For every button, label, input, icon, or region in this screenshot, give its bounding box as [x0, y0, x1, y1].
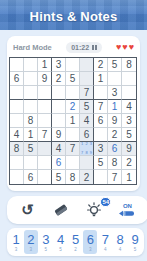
eraser-button[interactable] — [47, 196, 75, 224]
cell-r5c6[interactable]: 4 — [80, 114, 94, 128]
cell-digit: 7 — [98, 101, 104, 112]
cell-r9c8[interactable]: 7 — [108, 170, 122, 184]
cell-r5c1[interactable] — [10, 114, 24, 128]
numpad-key-6[interactable]: 63 — [83, 230, 97, 254]
heart-icon: ♥ — [129, 43, 134, 52]
cell-digit: 4 — [14, 129, 20, 140]
cell-digit: 7 — [70, 143, 76, 154]
cell-digit: 5 — [126, 129, 132, 140]
cell-r5c8[interactable]: 9 — [108, 114, 122, 128]
cell-r1c9[interactable]: 8 — [122, 58, 136, 72]
cell-r6c6[interactable]: 6 — [80, 128, 94, 142]
key-digit: 9 — [131, 233, 138, 246]
page-title: Hints & Notes — [30, 9, 118, 24]
cell-r4c3[interactable] — [38, 100, 52, 114]
cell-r9c7[interactable] — [94, 170, 108, 184]
cell-r1c2[interactable] — [24, 58, 38, 72]
hint-button[interactable]: 54 — [80, 196, 108, 224]
cell-r7c2[interactable]: 5 — [24, 142, 38, 156]
status-row: Hard Mode 01:22 ♥♥♥ — [13, 40, 134, 54]
cell-digit: 7 — [42, 129, 48, 140]
cell-digit: 6 — [98, 115, 104, 126]
key-remaining-count: 5 — [44, 247, 47, 252]
cell-r6c4[interactable]: 9 — [52, 128, 66, 142]
cell-digit: 7 — [84, 87, 90, 98]
cell-r3c9[interactable] — [122, 86, 136, 100]
cell-digit: 3 — [98, 143, 104, 154]
cell-r3c1[interactable] — [10, 86, 24, 100]
cell-r2c2[interactable] — [24, 72, 38, 86]
timer[interactable]: 01:22 — [66, 42, 101, 53]
cell-digit: 2 — [84, 172, 90, 183]
game-card: Hard Mode 01:22 ♥♥♥ 13258692517325714814… — [7, 36, 140, 191]
cell-r6c7[interactable] — [94, 128, 108, 142]
cell-r5c2[interactable]: 8 — [24, 114, 38, 128]
cell-r8c9[interactable]: 2 — [122, 156, 136, 170]
cell-r5c7[interactable]: 6 — [94, 114, 108, 128]
key-remaining-count: 2 — [74, 247, 77, 252]
cell-r3c4[interactable] — [52, 86, 66, 100]
cell-digit: 4 — [56, 143, 62, 154]
key-digit: 3 — [42, 233, 49, 246]
cell-r1c7[interactable]: 2 — [94, 58, 108, 72]
notes-toggle[interactable]: ON — [113, 196, 141, 224]
cell-r7c4[interactable]: 4 — [52, 142, 66, 156]
pencil-icon — [118, 210, 136, 217]
cell-digit: 2 — [70, 101, 76, 112]
cell-r5c4[interactable] — [52, 114, 66, 128]
cell-r4c5[interactable]: 2 — [66, 100, 80, 114]
cell-digit: 4 — [126, 101, 132, 112]
cell-r8c4[interactable]: 6 — [52, 156, 66, 170]
cell-r5c9[interactable]: 3 — [122, 114, 136, 128]
key-remaining-count: 3 — [30, 247, 33, 252]
cell-r2c4[interactable]: 2 — [52, 72, 66, 86]
cell-digit: 9 — [112, 115, 118, 126]
cell-digit: 6 — [112, 143, 118, 154]
cell-digit: 1 — [126, 172, 132, 183]
cell-r4c7[interactable]: 7 — [94, 100, 108, 114]
cell-r7c8[interactable]: 6 — [108, 142, 122, 156]
cell-digit: 5 — [28, 143, 34, 154]
cell-digit: 2 — [112, 129, 118, 140]
cell-digit: 5 — [84, 101, 90, 112]
lives-indicator: ♥♥♥ — [116, 43, 134, 52]
cell-r6c2[interactable]: 1 — [24, 128, 38, 142]
key-digit: 2 — [27, 233, 34, 246]
cell-r4c2[interactable] — [24, 100, 38, 114]
key-digit: 8 — [117, 233, 124, 246]
cell-r4c4[interactable] — [52, 100, 66, 114]
cell-digit: 4 — [84, 115, 90, 126]
cell-digit: 9 — [56, 129, 62, 140]
cell-r2c1[interactable]: 6 — [10, 72, 24, 86]
cell-digit: 8 — [126, 59, 132, 70]
undo-button[interactable]: ↺ — [14, 196, 42, 224]
key-digit: 1 — [12, 233, 19, 246]
key-remaining-count: 3 — [15, 247, 18, 252]
cell-r9c2[interactable]: 6 — [24, 170, 38, 184]
key-remaining-count: 5 — [134, 247, 137, 252]
cell-digit: 6 — [84, 129, 90, 140]
cell-digit: 2 — [56, 73, 62, 84]
cell-r3c3[interactable] — [38, 86, 52, 100]
numpad-key-4[interactable]: 45 — [54, 230, 68, 254]
cell-r2c6[interactable] — [80, 72, 94, 86]
cell-r1c1[interactable] — [10, 58, 24, 72]
key-digit: 5 — [72, 233, 79, 246]
pause-icon[interactable] — [92, 45, 97, 50]
cell-digit: 9 — [42, 73, 48, 84]
heart-icon: ♥ — [122, 43, 127, 52]
cell-digit: 5 — [70, 73, 76, 84]
cell-r1c8[interactable]: 5 — [108, 58, 122, 72]
cell-digit: 3 — [112, 87, 118, 98]
numpad-key-8[interactable]: 84 — [113, 230, 127, 254]
cell-r1c5[interactable] — [66, 58, 80, 72]
cell-digit: 1 — [28, 129, 34, 140]
cell-r6c8[interactable]: 2 — [108, 128, 122, 142]
cell-r7c1[interactable]: 8 — [10, 142, 24, 156]
cell-r9c3[interactable] — [38, 170, 52, 184]
cell-r6c3[interactable]: 7 — [38, 128, 52, 142]
cell-r9c6[interactable]: 2 — [80, 170, 94, 184]
cell-r1c6[interactable] — [80, 58, 94, 72]
cell-r7c6[interactable]: 123789 — [80, 142, 94, 156]
cell-digit: 6 — [28, 172, 34, 183]
cell-r5c5[interactable]: 1 — [66, 114, 80, 128]
cell-r3c8[interactable]: 3 — [108, 86, 122, 100]
cell-digit: 5 — [98, 157, 104, 168]
cell-digit: 2 — [126, 157, 132, 168]
sudoku-board: 1325869251732571481469341796258547123789… — [9, 57, 137, 185]
cell-r2c7[interactable]: 1 — [94, 72, 108, 86]
cell-r4c6[interactable]: 5 — [80, 100, 94, 114]
cell-r8c8[interactable]: 8 — [108, 156, 122, 170]
numpad-key-9[interactable]: 95 — [128, 230, 142, 254]
notes-toggle-state: ON — [123, 203, 132, 210]
cell-digit: 8 — [70, 172, 76, 183]
cell-r6c1[interactable]: 4 — [10, 128, 24, 142]
cell-r2c3[interactable]: 9 — [38, 72, 52, 86]
numpad-key-3[interactable]: 35 — [39, 230, 53, 254]
cell-r8c5[interactable] — [66, 156, 80, 170]
cell-digit: 7 — [112, 172, 118, 183]
cell-digit: 9 — [126, 143, 132, 154]
cell-r8c2[interactable] — [24, 156, 38, 170]
cell-digit: 8 — [28, 115, 34, 126]
key-remaining-count: 4 — [104, 247, 107, 252]
cell-r2c8[interactable] — [108, 72, 122, 86]
cell-digit: 1 — [98, 73, 104, 84]
key-remaining-count: 4 — [119, 247, 122, 252]
numpad-key-2[interactable]: 23 — [24, 230, 38, 254]
cell-digit: 5 — [56, 172, 62, 183]
cell-r9c1[interactable] — [10, 170, 24, 184]
cell-r3c6[interactable]: 7 — [80, 86, 94, 100]
numpad-key-7[interactable]: 74 — [98, 230, 112, 254]
cell-r7c7[interactable]: 3 — [94, 142, 108, 156]
eraser-icon — [53, 203, 69, 217]
cell-r9c4[interactable]: 5 — [52, 170, 66, 184]
cell-digit: 6 — [56, 157, 62, 168]
cell-r7c3[interactable] — [38, 142, 52, 156]
cell-r4c9[interactable]: 4 — [122, 100, 136, 114]
key-digit: 7 — [102, 233, 109, 246]
cell-r9c5[interactable]: 8 — [66, 170, 80, 184]
heart-icon: ♥ — [116, 43, 121, 52]
cell-r5c3[interactable] — [38, 114, 52, 128]
key-remaining-count: 3 — [89, 247, 92, 252]
cell-r4c8[interactable]: 1 — [108, 100, 122, 114]
cell-r3c5[interactable] — [66, 86, 80, 100]
cell-digit: 1 — [70, 115, 76, 126]
cell-r9c9[interactable]: 1 — [122, 170, 136, 184]
cell-r8c7[interactable]: 5 — [94, 156, 108, 170]
cell-digit: 6 — [14, 73, 20, 84]
cell-r8c1[interactable] — [10, 156, 24, 170]
hint-count-badge: 54 — [100, 197, 111, 207]
number-pad: 132335455263748495 — [7, 228, 144, 256]
cell-digit: 3 — [56, 59, 62, 70]
cell-r6c9[interactable]: 5 — [122, 128, 136, 142]
cell-r2c5[interactable]: 5 — [66, 72, 80, 86]
pencil-notes: 123789 — [80, 142, 93, 155]
timer-value: 01:22 — [71, 44, 89, 51]
numpad-key-1[interactable]: 13 — [9, 230, 23, 254]
key-remaining-count: 5 — [59, 247, 62, 252]
cell-r2c9[interactable] — [122, 72, 136, 86]
undo-icon: ↺ — [21, 202, 34, 217]
cell-r4c1[interactable] — [10, 100, 24, 114]
cell-digit: 2 — [98, 59, 104, 70]
cell-digit: 1 — [112, 101, 118, 112]
cell-r1c4[interactable]: 3 — [52, 58, 66, 72]
key-digit: 4 — [57, 233, 64, 246]
toolbar: ↺ — [7, 196, 147, 224]
cell-r1c3[interactable]: 1 — [38, 58, 52, 72]
numpad-key-5[interactable]: 52 — [69, 230, 83, 254]
cell-r8c3[interactable] — [38, 156, 52, 170]
cell-digit: 5 — [112, 59, 118, 70]
cell-r7c9[interactable]: 9 — [122, 142, 136, 156]
cell-digit: 8 — [14, 143, 20, 154]
cell-digit: 1 — [42, 59, 48, 70]
cell-r7c5[interactable]: 7 — [66, 142, 80, 156]
cell-digit: 3 — [126, 115, 132, 126]
cell-r8c6[interactable] — [80, 156, 94, 170]
key-digit: 6 — [87, 233, 94, 246]
difficulty-label: Hard Mode — [13, 43, 52, 52]
cell-r6c5[interactable] — [66, 128, 80, 142]
title-banner: Hints & Notes — [0, 0, 147, 30]
cell-r3c2[interactable] — [24, 86, 38, 100]
cell-r3c7[interactable] — [94, 86, 108, 100]
cell-digit: 8 — [112, 157, 118, 168]
